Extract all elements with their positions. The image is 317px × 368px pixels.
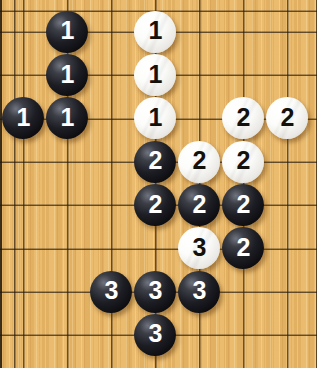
intersection-c1-r6[interactable]	[45, 270, 89, 313]
intersection-c1-r1[interactable]: 1	[45, 53, 89, 96]
intersection-c6-r2[interactable]: 2	[265, 97, 309, 140]
intersection-c1-r3[interactable]	[45, 140, 89, 183]
intersection-c3-r5[interactable]	[133, 227, 177, 270]
intersection-c6-r6[interactable]	[265, 270, 309, 313]
intersection-c5-r6[interactable]	[221, 270, 265, 313]
intersection-c4-r6[interactable]: 3	[177, 270, 221, 313]
stone-number-label: 1	[148, 105, 162, 130]
intersection-c6-r5[interactable]	[265, 227, 309, 270]
intersection-c3-r4[interactable]: 2	[133, 183, 177, 226]
intersection-c6-r4[interactable]	[265, 183, 309, 226]
stone-white[interactable]: 2	[266, 97, 308, 139]
stone-black[interactable]: 2	[222, 184, 264, 226]
stone-black[interactable]: 2	[134, 141, 176, 183]
intersection-c6-r0[interactable]	[265, 10, 309, 53]
intersection-c4-r7[interactable]	[177, 313, 221, 356]
stone-number-label: 3	[148, 321, 162, 346]
intersection-c0-r3[interactable]	[1, 140, 45, 183]
stone-number-label: 3	[104, 278, 118, 303]
stone-number-label: 1	[60, 105, 74, 130]
stone-number-label: 3	[192, 278, 206, 303]
stone-number-label: 2	[280, 105, 294, 130]
intersection-c3-r2[interactable]: 1	[133, 97, 177, 140]
intersection-c5-r2[interactable]: 2	[221, 97, 265, 140]
stone-black[interactable]: 3	[134, 314, 176, 356]
intersection-c5-r7[interactable]	[221, 313, 265, 356]
intersection-c1-r5[interactable]	[45, 227, 89, 270]
intersection-c0-r0[interactable]	[1, 10, 45, 53]
stone-black[interactable]: 2	[178, 184, 220, 226]
intersection-c4-r1[interactable]	[177, 53, 221, 96]
intersection-c2-r1[interactable]	[89, 53, 133, 96]
stone-number-label: 1	[16, 105, 30, 130]
stone-number-label: 1	[148, 18, 162, 43]
intersection-c2-r2[interactable]	[89, 97, 133, 140]
intersection-c5-r4[interactable]: 2	[221, 183, 265, 226]
intersection-c2-r7[interactable]	[89, 313, 133, 356]
stone-black[interactable]: 3	[134, 271, 176, 313]
stone-black[interactable]: 3	[178, 271, 220, 313]
stone-white[interactable]: 1	[134, 54, 176, 96]
intersection-c4-r3[interactable]: 2	[177, 140, 221, 183]
intersection-c2-r3[interactable]	[89, 140, 133, 183]
stone-number-label: 2	[192, 192, 206, 217]
intersection-c4-r5[interactable]: 3	[177, 227, 221, 270]
stone-black[interactable]: 2	[134, 184, 176, 226]
intersection-c2-r4[interactable]	[89, 183, 133, 226]
intersection-c1-r7[interactable]	[45, 313, 89, 356]
intersection-c6-r1[interactable]	[265, 53, 309, 96]
stone-black[interactable]: 1	[2, 97, 44, 139]
go-board[interactable]: 111111122222222323333	[0, 0, 317, 368]
intersection-c1-r2[interactable]: 1	[45, 97, 89, 140]
intersection-c5-r5[interactable]: 2	[221, 227, 265, 270]
intersection-c0-r1[interactable]	[1, 53, 45, 96]
stone-number-label: 1	[60, 18, 74, 43]
stone-black[interactable]: 2	[222, 227, 264, 269]
stone-black[interactable]: 1	[46, 97, 88, 139]
stone-number-label: 1	[60, 62, 74, 87]
intersection-c6-r7[interactable]	[265, 313, 309, 356]
intersection-c0-r4[interactable]	[1, 183, 45, 226]
intersection-c0-r7[interactable]	[1, 313, 45, 356]
intersection-c0-r2[interactable]: 1	[1, 97, 45, 140]
intersection-c4-r4[interactable]: 2	[177, 183, 221, 226]
stone-white[interactable]: 2	[222, 97, 264, 139]
stone-number-label: 2	[192, 148, 206, 173]
stone-number-label: 3	[148, 278, 162, 303]
stone-white[interactable]: 1	[134, 97, 176, 139]
intersection-c6-r3[interactable]	[265, 140, 309, 183]
intersection-c5-r1[interactable]	[221, 53, 265, 96]
stone-number-label: 2	[148, 148, 162, 173]
crop-edge-left	[0, 0, 2, 368]
stone-number-label: 2	[148, 192, 162, 217]
crop-edge-right	[316, 0, 317, 368]
intersection-c5-r3[interactable]: 2	[221, 140, 265, 183]
board-grid: 111111122222222323333	[1, 10, 309, 357]
stone-white[interactable]: 3	[178, 227, 220, 269]
intersection-c3-r1[interactable]: 1	[133, 53, 177, 96]
intersection-c4-r2[interactable]	[177, 97, 221, 140]
stone-white[interactable]: 2	[178, 141, 220, 183]
intersection-c3-r3[interactable]: 2	[133, 140, 177, 183]
intersection-c2-r6[interactable]: 3	[89, 270, 133, 313]
stone-white[interactable]: 2	[222, 141, 264, 183]
intersection-c0-r6[interactable]	[1, 270, 45, 313]
intersection-c3-r0[interactable]: 1	[133, 10, 177, 53]
stone-number-label: 2	[236, 148, 250, 173]
stone-number-label: 2	[236, 105, 250, 130]
intersection-c4-r0[interactable]	[177, 10, 221, 53]
intersection-c2-r5[interactable]	[89, 227, 133, 270]
intersection-c3-r7[interactable]: 3	[133, 313, 177, 356]
intersection-c2-r0[interactable]	[89, 10, 133, 53]
intersection-c1-r4[interactable]	[45, 183, 89, 226]
stone-white[interactable]: 1	[134, 11, 176, 53]
stone-number-label: 2	[236, 235, 250, 260]
intersection-c3-r6[interactable]: 3	[133, 270, 177, 313]
intersection-c1-r0[interactable]: 1	[45, 10, 89, 53]
intersection-c0-r5[interactable]	[1, 227, 45, 270]
stone-black[interactable]: 1	[46, 54, 88, 96]
stone-number-label: 2	[236, 192, 250, 217]
screenshot-root: 111111122222222323333	[0, 0, 317, 368]
stone-number-label: 1	[148, 62, 162, 87]
stone-black[interactable]: 1	[46, 11, 88, 53]
stone-number-label: 3	[192, 235, 206, 260]
intersection-c5-r0[interactable]	[221, 10, 265, 53]
stone-black[interactable]: 3	[90, 271, 132, 313]
